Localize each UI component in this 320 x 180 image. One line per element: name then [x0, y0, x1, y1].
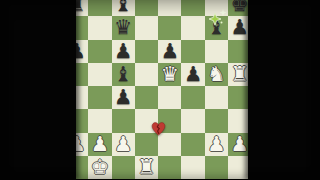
square-b3[interactable]: [88, 109, 111, 132]
square-b8[interactable]: [88, 0, 111, 16]
square-d2[interactable]: [135, 133, 158, 156]
square-b1[interactable]: ♚: [88, 156, 111, 179]
square-d6[interactable]: [135, 40, 158, 63]
white-pawn[interactable]: ♟: [205, 133, 228, 156]
square-e4[interactable]: [158, 86, 181, 109]
square-d1[interactable]: ♜: [135, 156, 158, 179]
white-queen[interactable]: ♛: [158, 63, 181, 86]
square-b7[interactable]: [88, 16, 111, 39]
square-f7[interactable]: [181, 16, 204, 39]
square-f6[interactable]: [181, 40, 204, 63]
black-queen[interactable]: ♛: [112, 16, 135, 39]
square-f3[interactable]: [181, 109, 204, 132]
square-d3[interactable]: [135, 109, 158, 132]
square-g3[interactable]: [205, 109, 228, 132]
square-c5[interactable]: ♝: [112, 63, 135, 86]
square-c6[interactable]: ♟: [112, 40, 135, 63]
square-f4[interactable]: [181, 86, 204, 109]
black-pawn[interactable]: ♟: [112, 40, 135, 63]
square-f1[interactable]: [181, 156, 204, 179]
black-bishop[interactable]: ♝: [205, 16, 228, 39]
square-d5[interactable]: [135, 63, 158, 86]
square-e8[interactable]: [158, 0, 181, 16]
white-rook[interactable]: ♜: [135, 156, 158, 179]
video-frame: ♜♝♚♛♝♟♟♟♟♝♛♟♞♜♟♟♟♟♟♟♚♜: [0, 0, 320, 180]
square-c4[interactable]: ♟: [112, 86, 135, 109]
square-g5[interactable]: ♞: [205, 63, 228, 86]
square-e2[interactable]: [158, 133, 181, 156]
square-b5[interactable]: [88, 63, 111, 86]
white-pawn[interactable]: ♟: [88, 133, 111, 156]
square-c1[interactable]: [112, 156, 135, 179]
black-bishop[interactable]: ♝: [112, 0, 135, 16]
square-b6[interactable]: [88, 40, 111, 63]
square-f2[interactable]: [181, 133, 204, 156]
square-f8[interactable]: [181, 0, 204, 16]
white-knight[interactable]: ♞: [205, 63, 228, 86]
chess-board: ♜♝♚♛♝♟♟♟♟♝♛♟♞♜♟♟♟♟♟♟♚♜: [65, 0, 251, 179]
square-c8[interactable]: ♝: [112, 0, 135, 16]
square-g6[interactable]: [205, 40, 228, 63]
square-d4[interactable]: [135, 86, 158, 109]
letterbox-bar-left: [0, 0, 76, 180]
square-e1[interactable]: [158, 156, 181, 179]
black-pawn[interactable]: ♟: [158, 40, 181, 63]
letterbox-bar-right: [248, 0, 320, 180]
white-king[interactable]: ♚: [88, 156, 111, 179]
square-g1[interactable]: [205, 156, 228, 179]
square-c7[interactable]: ♛: [112, 16, 135, 39]
black-pawn[interactable]: ♟: [112, 86, 135, 109]
square-b4[interactable]: [88, 86, 111, 109]
square-b2[interactable]: ♟: [88, 133, 111, 156]
square-g8[interactable]: [205, 0, 228, 16]
square-f5[interactable]: ♟: [181, 63, 204, 86]
square-e3[interactable]: [158, 109, 181, 132]
square-g2[interactable]: ♟: [205, 133, 228, 156]
square-d7[interactable]: [135, 16, 158, 39]
square-g7[interactable]: ♝: [205, 16, 228, 39]
square-e5[interactable]: ♛: [158, 63, 181, 86]
square-g4[interactable]: [205, 86, 228, 109]
white-pawn[interactable]: ♟: [112, 133, 135, 156]
square-e6[interactable]: ♟: [158, 40, 181, 63]
black-bishop[interactable]: ♝: [112, 63, 135, 86]
black-pawn[interactable]: ♟: [181, 63, 204, 86]
square-c3[interactable]: [112, 109, 135, 132]
square-e7[interactable]: [158, 16, 181, 39]
square-d8[interactable]: [135, 0, 158, 16]
square-c2[interactable]: ♟: [112, 133, 135, 156]
